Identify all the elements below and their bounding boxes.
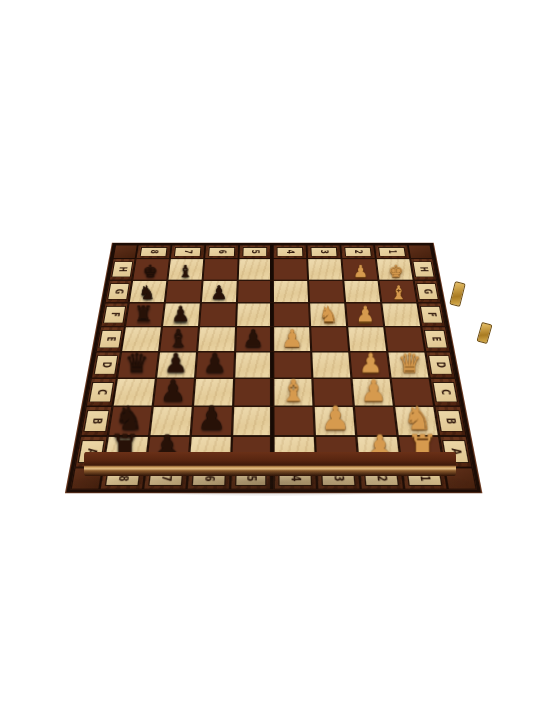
file-label-e: E — [424, 330, 447, 348]
square-g7[interactable] — [165, 280, 203, 303]
file-label-g: G — [417, 284, 439, 300]
board-frame: 4 — [273, 245, 307, 259]
square-f4[interactable] — [273, 303, 310, 327]
rank-label-2: 2 — [344, 247, 372, 257]
file-label-e: E — [99, 330, 122, 348]
rank-label-4: 4 — [276, 247, 303, 257]
piece-white-pawn[interactable]: ♟ — [348, 305, 383, 326]
piece-black-bishop[interactable]: ♝ — [169, 263, 202, 280]
piece-black-queen[interactable]: ♛ — [118, 351, 155, 378]
square-h2[interactable]: ♟ — [341, 259, 378, 281]
piece-black-knight[interactable]: ♞ — [130, 283, 164, 302]
square-e5[interactable]: ♟ — [235, 327, 273, 352]
square-d6[interactable]: ♟ — [195, 352, 235, 379]
square-c4[interactable]: ♝ — [273, 378, 313, 406]
square-b4[interactable] — [273, 406, 315, 436]
board-frame: F — [417, 303, 446, 327]
piece-white-pawn[interactable]: ♟ — [355, 376, 393, 406]
square-c7[interactable]: ♟ — [153, 378, 195, 406]
file-label-f: F — [420, 306, 442, 323]
square-b3[interactable]: ♟ — [314, 406, 357, 436]
board-frame: E — [96, 327, 125, 352]
square-f1[interactable] — [381, 303, 421, 327]
square-h5[interactable] — [238, 259, 273, 281]
board-frame: H — [109, 259, 136, 281]
square-h6[interactable] — [203, 259, 239, 281]
board-frame: 7 — [170, 245, 205, 259]
square-d8[interactable]: ♛ — [117, 352, 159, 379]
piece-white-knight[interactable]: ♞ — [311, 305, 346, 326]
file-label-h: H — [112, 262, 133, 277]
square-h7[interactable]: ♝ — [167, 259, 204, 281]
square-f2[interactable]: ♟ — [345, 303, 384, 327]
square-g8[interactable]: ♞ — [129, 280, 168, 303]
square-f6[interactable] — [199, 303, 237, 327]
square-d5[interactable] — [234, 352, 273, 379]
file-label-d: D — [429, 356, 453, 374]
square-h8[interactable]: ♚ — [132, 259, 170, 281]
square-h3[interactable] — [307, 259, 343, 281]
piece-black-pawn[interactable]: ♟ — [163, 305, 198, 326]
piece-white-king[interactable]: ♚ — [379, 263, 412, 280]
piece-white-bishop[interactable]: ♝ — [382, 283, 416, 302]
file-label-c: C — [433, 382, 458, 402]
board-frame: E — [421, 327, 450, 352]
board-frame: 2 — [340, 245, 375, 259]
square-b5[interactable] — [232, 406, 273, 436]
board-frame: D — [425, 352, 455, 379]
square-f5[interactable] — [236, 303, 273, 327]
square-f8[interactable]: ♜ — [125, 303, 165, 327]
square-d3[interactable] — [311, 352, 351, 379]
square-h4[interactable] — [273, 259, 308, 281]
square-c2[interactable]: ♟ — [351, 378, 394, 406]
square-g4[interactable] — [273, 280, 309, 303]
rank-label-8: 8 — [139, 247, 167, 257]
square-h1[interactable]: ♚ — [376, 259, 414, 281]
piece-black-pawn[interactable]: ♟ — [196, 351, 233, 378]
square-f3[interactable]: ♞ — [309, 303, 347, 327]
board-frame: H — [410, 259, 437, 281]
square-g1[interactable]: ♝ — [378, 280, 417, 303]
piece-black-pawn[interactable]: ♟ — [192, 402, 231, 435]
board-shadow — [70, 470, 470, 496]
piece-black-king[interactable]: ♚ — [134, 263, 167, 280]
rank-label-1: 1 — [378, 247, 406, 257]
file-label-d: D — [94, 356, 118, 374]
board-frame: G — [414, 280, 442, 303]
rank-label-5: 5 — [242, 247, 268, 257]
board-frame: 3 — [307, 245, 342, 259]
square-g3[interactable] — [308, 280, 345, 303]
board-frame: 5 — [239, 245, 273, 259]
file-label-f: F — [103, 306, 125, 323]
piece-white-pawn[interactable]: ♟ — [274, 327, 310, 351]
piece-white-pawn[interactable]: ♟ — [316, 402, 355, 435]
square-g6[interactable]: ♟ — [201, 280, 238, 303]
file-label-g: G — [108, 284, 130, 300]
board-frame-corner — [408, 245, 433, 259]
rank-label-3: 3 — [310, 247, 338, 257]
board-frame-corner — [113, 245, 138, 259]
piece-white-queen[interactable]: ♛ — [391, 351, 428, 378]
file-label-b: B — [438, 411, 463, 432]
rank-label-6: 6 — [208, 247, 236, 257]
file-label-h: H — [413, 262, 434, 277]
piece-black-rook[interactable]: ♜ — [126, 305, 161, 326]
piece-black-pawn[interactable]: ♟ — [236, 327, 270, 351]
file-label-c: C — [89, 382, 113, 402]
piece-white-pawn[interactable]: ♟ — [344, 263, 377, 280]
board-frame: 1 — [374, 245, 410, 259]
rank-label-7: 7 — [174, 247, 202, 257]
file-label-b: B — [84, 411, 109, 432]
square-e3[interactable] — [310, 327, 349, 352]
piece-black-pawn[interactable]: ♟ — [202, 283, 236, 302]
square-b6[interactable]: ♟ — [191, 406, 233, 436]
square-c5[interactable] — [233, 378, 273, 406]
square-d1[interactable]: ♛ — [387, 352, 429, 379]
piece-black-pawn[interactable]: ♟ — [154, 376, 192, 406]
square-f7[interactable]: ♟ — [162, 303, 201, 327]
brass-clasp-icon — [449, 281, 465, 307]
board-frame: 8 — [136, 245, 172, 259]
piece-white-bishop[interactable]: ♝ — [274, 376, 312, 406]
square-g2[interactable] — [343, 280, 381, 303]
square-e4[interactable]: ♟ — [273, 327, 311, 352]
brass-clasp-icon — [476, 322, 492, 344]
board-frame: 6 — [204, 245, 239, 259]
square-g5[interactable] — [237, 280, 273, 303]
